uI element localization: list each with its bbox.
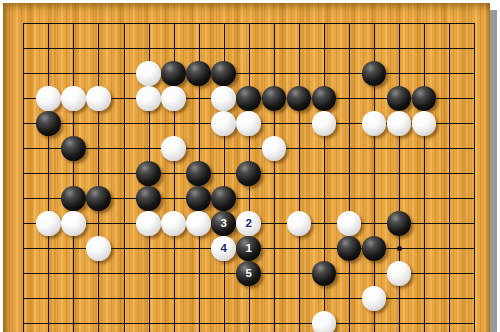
grid-line-horizontal xyxy=(23,148,475,149)
grid-line-horizontal xyxy=(23,73,475,74)
stone-black xyxy=(337,236,362,261)
stone-white-move-4: 4 xyxy=(211,236,236,261)
stone-white xyxy=(312,111,337,136)
stone-white xyxy=(412,111,437,136)
stone-black xyxy=(262,86,287,111)
move-number-label: 1 xyxy=(246,243,252,255)
stone-black xyxy=(211,186,236,211)
board-drop-shadow xyxy=(490,10,497,332)
stone-white xyxy=(61,86,86,111)
grid-line-vertical xyxy=(73,23,74,332)
grid-line-vertical xyxy=(424,23,425,332)
stone-black xyxy=(136,161,161,186)
stone-white xyxy=(86,86,111,111)
grid-line-vertical xyxy=(274,23,275,332)
stone-black xyxy=(387,86,412,111)
stone-black xyxy=(287,86,312,111)
stone-white xyxy=(36,86,61,111)
stone-black xyxy=(312,261,337,286)
grid-line-horizontal xyxy=(23,298,475,299)
stone-black xyxy=(236,86,261,111)
stone-black xyxy=(186,61,211,86)
stone-black xyxy=(387,211,412,236)
stone-white xyxy=(211,86,236,111)
stone-white xyxy=(86,236,111,261)
grid-line-vertical xyxy=(324,23,325,332)
stone-white xyxy=(362,111,387,136)
move-number-label: 5 xyxy=(246,268,252,280)
grid-line-vertical xyxy=(349,23,350,332)
stone-white xyxy=(362,286,387,311)
stone-black-move-5: 5 xyxy=(236,261,261,286)
stone-white xyxy=(161,211,186,236)
grid-line-horizontal xyxy=(23,23,475,24)
stone-black xyxy=(61,186,86,211)
stone-white xyxy=(36,211,61,236)
stone-black xyxy=(312,86,337,111)
stone-black-move-3: 3 xyxy=(211,211,236,236)
stone-white xyxy=(287,211,312,236)
stone-white-move-2: 2 xyxy=(236,211,261,236)
stone-black-move-1: 1 xyxy=(236,236,261,261)
stone-black xyxy=(186,161,211,186)
stone-white xyxy=(387,261,412,286)
stone-white xyxy=(337,211,362,236)
stone-white xyxy=(236,111,261,136)
stone-black xyxy=(136,186,161,211)
grid-line-vertical xyxy=(48,23,49,332)
grid-line-vertical xyxy=(474,23,475,332)
stone-white xyxy=(136,61,161,86)
stone-white xyxy=(136,86,161,111)
stone-black xyxy=(362,236,387,261)
stone-black xyxy=(161,61,186,86)
stone-white xyxy=(262,136,287,161)
stone-white xyxy=(61,211,86,236)
grid-line-vertical xyxy=(399,23,400,332)
grid-line-vertical xyxy=(449,23,450,332)
stone-black xyxy=(86,186,111,211)
stone-black xyxy=(236,161,261,186)
move-number-label: 3 xyxy=(220,218,226,230)
stone-white xyxy=(161,86,186,111)
stone-black xyxy=(412,86,437,111)
stone-white xyxy=(136,211,161,236)
stone-white xyxy=(312,311,337,332)
grid-line-horizontal xyxy=(23,48,475,49)
stone-black xyxy=(362,61,387,86)
stone-white xyxy=(211,111,236,136)
go-diagram: 32415 xyxy=(0,0,500,332)
grid-line-vertical xyxy=(98,23,99,332)
stone-white xyxy=(186,211,211,236)
grid-line-vertical xyxy=(124,23,125,332)
stone-black xyxy=(211,61,236,86)
grid-line-horizontal xyxy=(23,323,475,324)
stone-black xyxy=(186,186,211,211)
stone-white xyxy=(161,136,186,161)
move-number-label: 4 xyxy=(220,243,226,255)
stone-black xyxy=(36,111,61,136)
stone-white xyxy=(387,111,412,136)
stone-black xyxy=(61,136,86,161)
grid-line-vertical xyxy=(299,23,300,332)
grid-line-vertical xyxy=(23,23,24,332)
move-number-label: 2 xyxy=(246,218,252,230)
